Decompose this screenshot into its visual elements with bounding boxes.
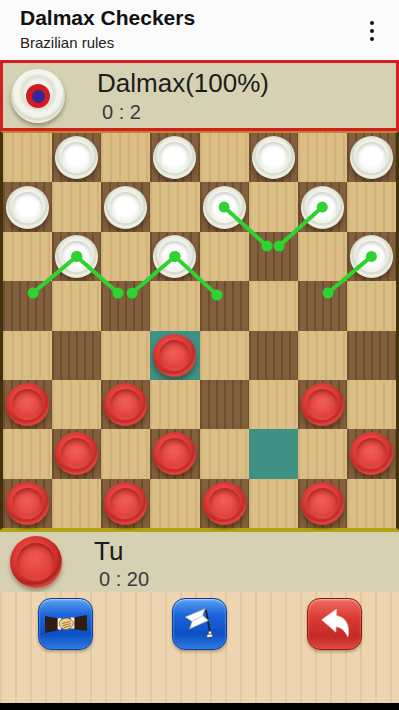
red-piece-g3[interactable] [301, 383, 344, 426]
red-piece-a1[interactable] [6, 482, 49, 525]
square-g4[interactable] [298, 331, 347, 380]
square-a3[interactable] [3, 380, 52, 429]
white-piece-b8[interactable] [55, 136, 98, 179]
handshake-icon [45, 609, 87, 639]
square-c4[interactable] [101, 331, 150, 380]
square-e8[interactable] [200, 133, 249, 182]
square-f7[interactable] [249, 182, 298, 231]
square-g6[interactable] [298, 232, 347, 281]
white-piece-e7[interactable] [203, 186, 246, 229]
square-a1[interactable] [3, 479, 52, 528]
draw-offer-button[interactable] [38, 598, 93, 650]
square-b8[interactable] [52, 133, 101, 182]
thinking-indicator-red-ring [26, 84, 50, 108]
square-e2[interactable] [200, 429, 249, 478]
white-piece-a7[interactable] [6, 186, 49, 229]
square-f1[interactable] [249, 479, 298, 528]
square-d1[interactable] [150, 479, 199, 528]
square-e1[interactable] [200, 479, 249, 528]
square-a4[interactable] [3, 331, 52, 380]
square-e7[interactable] [200, 182, 249, 231]
red-piece-c3[interactable] [104, 383, 147, 426]
square-e6[interactable] [200, 232, 249, 281]
white-piece-d8[interactable] [153, 136, 196, 179]
player-clock-bottom: 0 : 20 [99, 568, 149, 591]
square-e5[interactable] [200, 281, 249, 330]
checkers-board [0, 131, 399, 530]
player-name-top: Dalmax(100%) [97, 68, 269, 99]
app-bar: Dalmax Checkers Brazilian rules [0, 0, 399, 60]
square-c7[interactable] [101, 182, 150, 231]
square-a8[interactable] [3, 133, 52, 182]
white-piece-f8[interactable] [252, 136, 295, 179]
square-f2[interactable] [249, 429, 298, 478]
player-clock-top: 0 : 2 [102, 101, 141, 124]
square-a6[interactable] [3, 232, 52, 281]
dalmax-checkers-app: Dalmax Checkers Brazilian rules Dalmax(1… [0, 0, 399, 710]
rules-subtitle: Brazilian rules [20, 34, 114, 51]
thinking-indicator-blue-dot [32, 90, 45, 103]
board-grid [3, 133, 396, 528]
square-h3[interactable] [347, 380, 396, 429]
square-g3[interactable] [298, 380, 347, 429]
square-d6[interactable] [150, 232, 199, 281]
square-b4[interactable] [52, 331, 101, 380]
square-c2[interactable] [101, 429, 150, 478]
square-a2[interactable] [3, 429, 52, 478]
resign-button[interactable] [172, 598, 227, 650]
square-g2[interactable] [298, 429, 347, 478]
square-d4[interactable] [150, 331, 199, 380]
square-h8[interactable] [347, 133, 396, 182]
white-piece-g7[interactable] [301, 186, 344, 229]
square-h6[interactable] [347, 232, 396, 281]
red-piece-icon [10, 536, 62, 588]
square-c8[interactable] [101, 133, 150, 182]
bottom-toolbar [0, 592, 399, 703]
red-piece-d4[interactable] [153, 334, 196, 377]
white-piece-d6[interactable] [153, 235, 196, 278]
square-c5[interactable] [101, 281, 150, 330]
square-f5[interactable] [249, 281, 298, 330]
square-b2[interactable] [52, 429, 101, 478]
red-piece-b2[interactable] [55, 432, 98, 475]
square-c6[interactable] [101, 232, 150, 281]
square-a7[interactable] [3, 182, 52, 231]
red-piece-d2[interactable] [153, 432, 196, 475]
square-h5[interactable] [347, 281, 396, 330]
square-a5[interactable] [3, 281, 52, 330]
white-piece-h6[interactable] [350, 235, 393, 278]
player-panel-bottom: Tu 0 : 20 [0, 530, 399, 592]
square-c1[interactable] [101, 479, 150, 528]
player-name-bottom: Tu [94, 536, 123, 567]
square-g8[interactable] [298, 133, 347, 182]
white-piece-icon [11, 69, 65, 123]
square-b1[interactable] [52, 479, 101, 528]
square-d2[interactable] [150, 429, 199, 478]
undo-button[interactable] [307, 598, 362, 650]
square-b3[interactable] [52, 380, 101, 429]
app-title: Dalmax Checkers [20, 6, 195, 30]
red-piece-g1[interactable] [301, 482, 344, 525]
kebab-menu-icon[interactable] [363, 18, 381, 44]
square-h4[interactable] [347, 331, 396, 380]
square-g1[interactable] [298, 479, 347, 528]
square-f8[interactable] [249, 133, 298, 182]
square-d5[interactable] [150, 281, 199, 330]
square-f6[interactable] [249, 232, 298, 281]
red-piece-h2[interactable] [350, 432, 393, 475]
square-b7[interactable] [52, 182, 101, 231]
square-h1[interactable] [347, 479, 396, 528]
square-b5[interactable] [52, 281, 101, 330]
white-piece-b6[interactable] [55, 235, 98, 278]
square-g5[interactable] [298, 281, 347, 330]
square-b6[interactable] [52, 232, 101, 281]
square-e4[interactable] [200, 331, 249, 380]
android-nav-bar [0, 703, 399, 710]
square-f4[interactable] [249, 331, 298, 380]
red-piece-c1[interactable] [104, 482, 147, 525]
undo-arrow-icon [316, 605, 354, 643]
square-d8[interactable] [150, 133, 199, 182]
square-g7[interactable] [298, 182, 347, 231]
white-flag-icon [180, 604, 220, 644]
white-piece-h8[interactable] [350, 136, 393, 179]
white-piece-c7[interactable] [104, 186, 147, 229]
square-h7[interactable] [347, 182, 396, 231]
square-d3[interactable] [150, 380, 199, 429]
square-f3[interactable] [249, 380, 298, 429]
square-h2[interactable] [347, 429, 396, 478]
red-piece-a3[interactable] [6, 383, 49, 426]
square-d7[interactable] [150, 182, 199, 231]
red-piece-e1[interactable] [203, 482, 246, 525]
square-e3[interactable] [200, 380, 249, 429]
player-panel-top: Dalmax(100%) 0 : 2 [0, 60, 399, 131]
square-c3[interactable] [101, 380, 150, 429]
